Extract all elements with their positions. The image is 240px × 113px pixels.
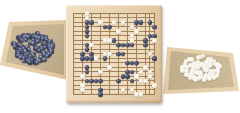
black-stone (143, 38, 147, 42)
black-stone (85, 70, 89, 74)
white-stone (134, 29, 138, 33)
black-stone (89, 56, 93, 60)
black-stone (98, 92, 102, 96)
black-stone (125, 74, 129, 78)
white-stone (116, 29, 120, 33)
black-stone (112, 38, 116, 42)
black-stone (152, 25, 156, 29)
black-stone (98, 79, 102, 83)
white-stone (148, 52, 152, 56)
white-stone (139, 70, 143, 74)
white-stone (152, 38, 156, 42)
black-stone (125, 43, 129, 47)
white-stone-tray (160, 42, 240, 100)
black-stone-tray (0, 18, 68, 82)
white-stone (107, 65, 111, 69)
black-stone (80, 56, 84, 60)
black-stone (107, 25, 111, 29)
black-stone (85, 34, 89, 38)
black-stone-pile (0, 18, 68, 82)
white-stone (85, 11, 89, 15)
black-stone (130, 70, 134, 74)
black-stone (89, 20, 93, 24)
white-tray-stone (207, 76, 212, 81)
white-stone (148, 74, 152, 78)
black-stone (125, 61, 129, 65)
white-stone (98, 70, 102, 74)
black-tray-stone (43, 58, 47, 62)
go-set-photo (0, 0, 240, 113)
white-stone (130, 38, 134, 42)
black-stone (148, 20, 152, 24)
white-stone (143, 65, 147, 69)
black-stone (130, 43, 134, 47)
black-stone (103, 56, 107, 60)
white-stone (107, 38, 111, 42)
white-stone (80, 74, 84, 78)
black-stone (85, 29, 89, 33)
white-stone (80, 88, 84, 92)
black-stone (139, 20, 143, 24)
white-tray-stone (193, 77, 198, 82)
white-stone (80, 83, 84, 87)
black-stone (116, 52, 120, 56)
white-stone (89, 43, 93, 47)
go-board (66, 5, 162, 103)
white-stone (121, 20, 125, 24)
white-stone (134, 74, 138, 78)
white-stone (121, 88, 125, 92)
white-stone (107, 52, 111, 56)
white-stone (112, 20, 116, 24)
white-stone (130, 88, 134, 92)
white-stone (134, 92, 138, 96)
black-stone (116, 79, 120, 83)
white-stone (94, 56, 98, 60)
white-stone (98, 20, 102, 24)
black-stone (89, 79, 93, 83)
white-stone (143, 79, 147, 83)
black-stone (143, 43, 147, 47)
black-tray-stone (38, 59, 42, 63)
white-stone (139, 92, 143, 96)
white-stone (130, 25, 134, 29)
black-stone (121, 52, 125, 56)
black-stone (85, 65, 89, 69)
black-stone (116, 43, 120, 47)
white-stone-pile (160, 42, 240, 100)
black-stone (134, 61, 138, 65)
black-stone (152, 56, 156, 60)
white-tray-stone (212, 75, 216, 79)
black-stone (130, 79, 134, 83)
black-stone (134, 20, 138, 24)
go-board-grid (73, 13, 155, 95)
black-stone (85, 47, 89, 51)
white-stone (152, 83, 156, 87)
black-tray-stone (33, 60, 38, 65)
